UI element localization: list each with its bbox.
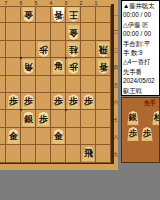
square-7-9[interactable] (6, 145, 21, 162)
info-line-4: 00:00 / 00 (122, 29, 159, 38)
square-2-2[interactable] (81, 23, 96, 40)
square-1-6[interactable] (96, 93, 111, 110)
rank-label-8: 八 (114, 134, 119, 140)
shogi-board[interactable]: 7654321 一二三四五六七八九 金香王金歩桂飛角歩香角歩歩歩歩歩銀歩金金飛 (0, 0, 118, 170)
info-line-2: 00:00 / 00 (122, 10, 159, 19)
hand-piece-歩[interactable]: 歩 (127, 127, 139, 141)
square-7-2[interactable] (6, 23, 21, 40)
info-line-10: 叡王戦 (122, 86, 159, 95)
info-line-6: 手 数:9 (122, 48, 159, 57)
square-7-5[interactable] (6, 76, 21, 93)
file-label-2: 2 (76, 0, 86, 6)
square-7-3[interactable] (6, 41, 21, 58)
rank-label-9: 九 (114, 151, 119, 157)
rank-label-6: 六 (114, 99, 119, 105)
square-4-3[interactable] (51, 41, 66, 58)
square-6-9[interactable] (21, 145, 36, 162)
square-5-2[interactable] (36, 23, 51, 40)
square-5-4[interactable] (36, 58, 51, 75)
square-5-1[interactable] (36, 6, 51, 23)
square-7-1[interactable] (6, 6, 21, 23)
square-7-7[interactable] (6, 110, 21, 127)
rank-label-4: 四 (114, 64, 119, 70)
file-label-7: 7 (1, 0, 11, 6)
square-3-8[interactable] (66, 128, 81, 145)
rank-label-1: 一 (114, 12, 119, 18)
info-line-3: △伊藤 匠 (122, 20, 159, 29)
square-5-8[interactable] (36, 128, 51, 145)
rank-label-3: 三 (114, 47, 119, 53)
sente-label: 先手 (144, 99, 156, 108)
info-line-1: ▲藤井聡太 (122, 1, 159, 10)
square-2-3[interactable] (81, 41, 96, 58)
square-1-9[interactable] (96, 145, 111, 162)
square-4-2[interactable] (51, 23, 66, 40)
info-line-8: 先手番 (122, 67, 159, 76)
square-1-1[interactable] (96, 6, 111, 23)
square-2-4[interactable] (81, 58, 96, 75)
rank-label-5: 五 (114, 82, 119, 88)
square-5-5[interactable] (36, 76, 51, 93)
info-line-5: 手合割:平 (122, 39, 159, 48)
info-line-7: △4一香打 (122, 57, 159, 66)
app-window: 7654321 一二三四五六七八九 金香王金歩桂飛角歩香角歩歩歩歩歩銀歩金金飛 … (0, 0, 160, 200)
square-4-7[interactable] (51, 110, 66, 127)
square-2-5[interactable] (81, 76, 96, 93)
file-label-4: 4 (46, 0, 56, 6)
file-label-1: 1 (91, 0, 101, 6)
square-6-3[interactable] (21, 41, 36, 58)
square-6-5[interactable] (21, 76, 36, 93)
info-line-9: 2024/05/02 (122, 76, 159, 85)
rank-label-2: 二 (114, 29, 119, 35)
square-5-6[interactable] (36, 93, 51, 110)
square-7-4[interactable] (6, 58, 21, 75)
square-5-9[interactable] (36, 145, 51, 162)
square-3-9[interactable] (66, 145, 81, 162)
square-2-8[interactable] (81, 128, 96, 145)
hand-piece-桂[interactable]: 桂 (152, 111, 160, 125)
hand-piece-歩[interactable]: 歩 (141, 127, 153, 141)
square-4-9[interactable] (51, 145, 66, 162)
square-1-2[interactable] (96, 23, 111, 40)
board-bottom-border (0, 163, 114, 165)
square-6-2[interactable] (21, 23, 36, 40)
square-6-8[interactable] (21, 128, 36, 145)
square-2-1[interactable] (81, 6, 96, 23)
square-1-5[interactable] (96, 76, 111, 93)
square-3-7[interactable] (66, 110, 81, 127)
square-1-7[interactable] (96, 110, 111, 127)
hand-piece-銀[interactable]: 銀 (127, 111, 139, 125)
file-label-3: 3 (61, 0, 71, 6)
sente-captured-tray[interactable]: 先手 銀桂歩歩 (121, 97, 160, 163)
square-2-7[interactable] (81, 110, 96, 127)
square-4-5[interactable] (51, 76, 66, 93)
game-info-panel: ▲藤井聡太00:00 / 00△伊藤 匠00:00 / 00手合割:平手 数:9… (121, 0, 160, 96)
rank-label-7: 七 (114, 116, 119, 122)
square-1-8[interactable] (96, 128, 111, 145)
file-label-6: 6 (16, 0, 26, 6)
file-label-5: 5 (31, 0, 41, 6)
square-3-5[interactable] (66, 76, 81, 93)
